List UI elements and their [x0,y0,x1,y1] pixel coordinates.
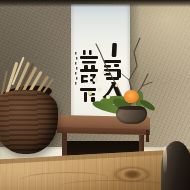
tea-room-photo [0,0,190,190]
stand-leg-back [146,130,149,142]
ikebana-pot [116,106,147,124]
ceiling-shadow-band [0,0,190,7]
wood-knot-core [124,170,141,179]
small-blossom [103,71,106,74]
pot-rim [118,106,145,110]
small-blossom [115,84,118,87]
jar-highlight [163,146,167,174]
small-blossom [106,95,110,99]
small-blossom [98,88,101,91]
small-blossom [88,91,92,95]
stand-leg-left [62,133,67,157]
small-blossom [93,78,97,82]
glazed-jar [161,141,190,190]
orange-flower [124,90,139,103]
